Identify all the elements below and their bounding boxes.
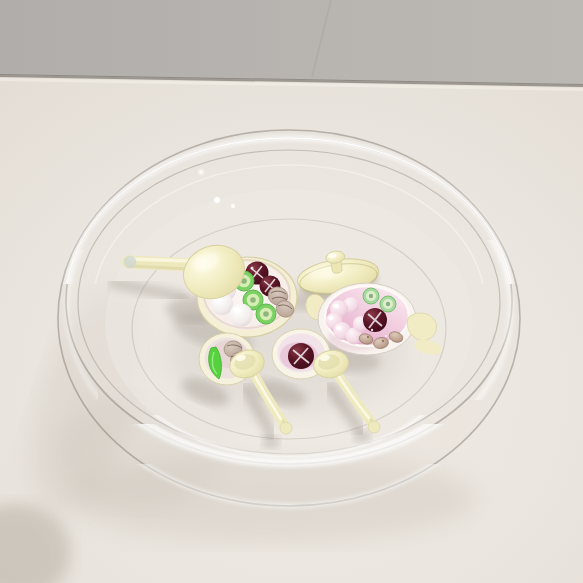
pot-plum — [363, 308, 387, 332]
spoon-left-tip — [280, 422, 292, 434]
glass-droplet — [214, 197, 220, 203]
glass-droplet — [198, 169, 203, 174]
ladle-handle-tip — [124, 256, 137, 269]
scene-svg — [0, 0, 583, 583]
spoon-right-tip — [368, 421, 380, 433]
wall — [0, 0, 583, 85]
photo-miniature-dessert-scene — [0, 0, 583, 583]
glass-droplet — [231, 204, 235, 208]
